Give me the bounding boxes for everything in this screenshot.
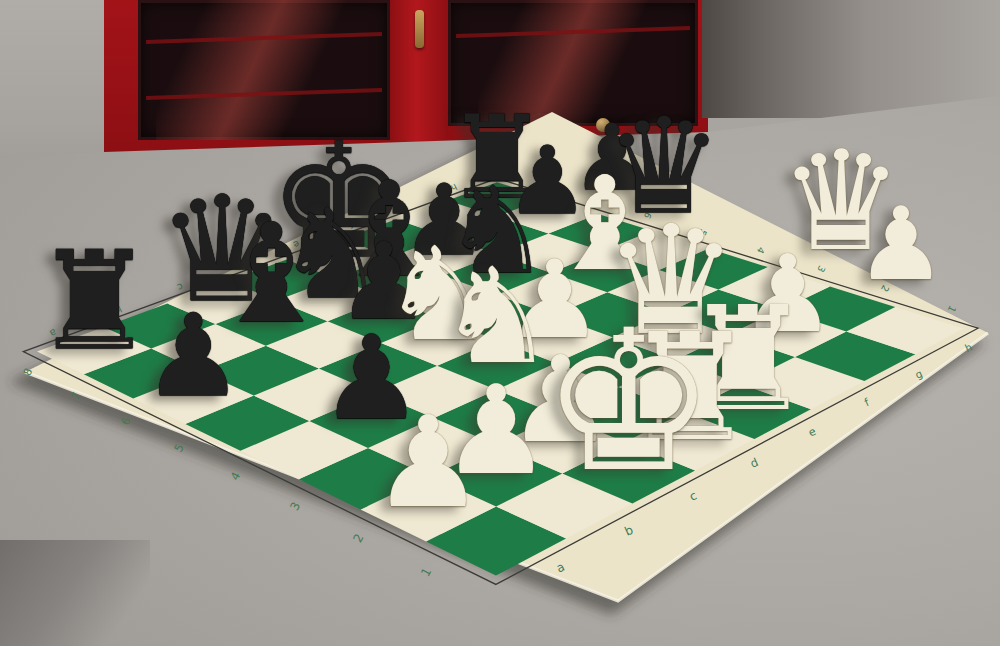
piece-bR-a8[interactable]: ♜ [33,233,155,369]
rank-label-left-2: 2 [351,531,367,544]
scene: 1122334455667788aabbccddeeffgghh ♟♜♛♟♛♟♚… [0,0,1000,646]
piece-wK-c1[interactable]: ♚ [541,304,716,499]
rank-label-left-1: 1 [418,565,434,578]
rank-label-left-3: 3 [287,500,303,513]
piece-bP-a6[interactable]: ♟ [142,299,244,413]
piece-wP-off-board[interactable]: ♟ [856,194,947,295]
piece-wP-a2[interactable]: ♟ [372,400,485,526]
